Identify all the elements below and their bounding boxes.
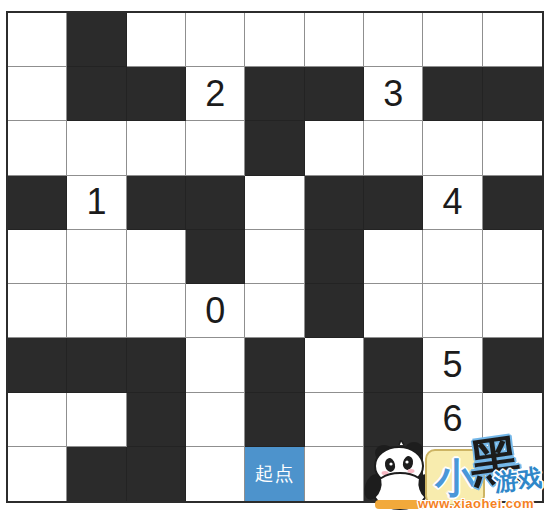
cell-r2c8[interactable] [423, 67, 482, 121]
cell-r3c6[interactable] [305, 121, 364, 175]
cell-r8c3[interactable] [127, 393, 186, 447]
cell-r6c8[interactable] [423, 284, 482, 338]
cell-r7c8[interactable]: 5 [423, 338, 482, 392]
cell-r7c4[interactable] [186, 338, 245, 392]
cell-r5c3[interactable] [127, 230, 186, 284]
cell-r6c2[interactable] [67, 284, 126, 338]
cell-number: 4 [442, 184, 462, 220]
cell-r3c1[interactable] [8, 121, 67, 175]
cell-r4c5[interactable] [245, 176, 304, 230]
cell-r3c5[interactable] [245, 121, 304, 175]
cell-r3c2[interactable] [67, 121, 126, 175]
cell-number: 5 [442, 347, 462, 383]
cell-r6c7[interactable] [364, 284, 423, 338]
logo-youxi: 游戏 [493, 465, 544, 495]
cell-r1c5[interactable] [245, 13, 304, 67]
start-label: 起点 [254, 464, 294, 483]
cell-r3c4[interactable] [186, 121, 245, 175]
cell-r6c1[interactable] [8, 284, 67, 338]
cell-r6c4[interactable]: 0 [186, 284, 245, 338]
cell-r4c8[interactable]: 4 [423, 176, 482, 230]
cell-r6c5[interactable] [245, 284, 304, 338]
cell-r5c6[interactable] [305, 230, 364, 284]
cell-r7c3[interactable] [127, 338, 186, 392]
cell-r5c9[interactable] [483, 230, 542, 284]
cell-r9c3[interactable] [127, 447, 186, 501]
cell-r8c5[interactable] [245, 393, 304, 447]
cell-r5c1[interactable] [8, 230, 67, 284]
cell-r1c1[interactable] [8, 13, 67, 67]
cell-r7c1[interactable] [8, 338, 67, 392]
cell-number: 3 [383, 76, 403, 112]
cell-r4c2[interactable]: 1 [67, 176, 126, 230]
cell-r2c4[interactable]: 2 [186, 67, 245, 121]
cell-r4c7[interactable] [364, 176, 423, 230]
cell-r8c2[interactable] [67, 393, 126, 447]
cell-r5c8[interactable] [423, 230, 482, 284]
cell-r4c9[interactable] [483, 176, 542, 230]
cell-r2c1[interactable] [8, 67, 67, 121]
logo-xiao: 小 [435, 458, 475, 498]
cell-number: 2 [205, 76, 225, 112]
cell-r9c4[interactable] [186, 447, 245, 501]
cell-r9c2[interactable] [67, 447, 126, 501]
cell-r9c6[interactable] [305, 447, 364, 501]
cell-r1c3[interactable] [127, 13, 186, 67]
cell-r2c2[interactable] [67, 67, 126, 121]
start-cell[interactable]: 起点 [245, 447, 304, 501]
cell-r1c6[interactable] [305, 13, 364, 67]
cell-r5c4[interactable] [186, 230, 245, 284]
cell-r7c9[interactable] [483, 338, 542, 392]
puzzle-board: 2314056起点 [6, 11, 544, 503]
cell-r1c8[interactable] [423, 13, 482, 67]
cell-r5c2[interactable] [67, 230, 126, 284]
cell-number: 1 [86, 184, 106, 220]
cell-r5c5[interactable] [245, 230, 304, 284]
cell-r7c5[interactable] [245, 338, 304, 392]
cell-r2c3[interactable] [127, 67, 186, 121]
cell-r4c4[interactable] [186, 176, 245, 230]
cell-r6c9[interactable] [483, 284, 542, 338]
cell-r7c7[interactable] [364, 338, 423, 392]
cell-r3c8[interactable] [423, 121, 482, 175]
cell-r5c7[interactable] [364, 230, 423, 284]
cell-r8c6[interactable] [305, 393, 364, 447]
site-watermark: 小 黑 游戏 www.xiaohei.com [358, 438, 550, 512]
watermark-url: www.xiaohei.com [418, 496, 534, 511]
cell-r4c6[interactable] [305, 176, 364, 230]
cell-r1c2[interactable] [67, 13, 126, 67]
cell-r2c7[interactable]: 3 [364, 67, 423, 121]
cell-r3c9[interactable] [483, 121, 542, 175]
cell-r2c5[interactable] [245, 67, 304, 121]
cell-r6c3[interactable] [127, 284, 186, 338]
cell-r9c1[interactable] [8, 447, 67, 501]
cell-r4c1[interactable] [8, 176, 67, 230]
cell-r8c1[interactable] [8, 393, 67, 447]
cell-number: 0 [205, 293, 225, 329]
cell-r1c9[interactable] [483, 13, 542, 67]
cell-r4c3[interactable] [127, 176, 186, 230]
cell-r7c2[interactable] [67, 338, 126, 392]
cell-r2c9[interactable] [483, 67, 542, 121]
cell-r6c6[interactable] [305, 284, 364, 338]
cell-r8c4[interactable] [186, 393, 245, 447]
cell-r3c3[interactable] [127, 121, 186, 175]
cell-r2c6[interactable] [305, 67, 364, 121]
cell-r1c4[interactable] [186, 13, 245, 67]
cell-r3c7[interactable] [364, 121, 423, 175]
cell-r7c6[interactable] [305, 338, 364, 392]
cell-r1c7[interactable] [364, 13, 423, 67]
cell-number: 6 [442, 401, 462, 437]
